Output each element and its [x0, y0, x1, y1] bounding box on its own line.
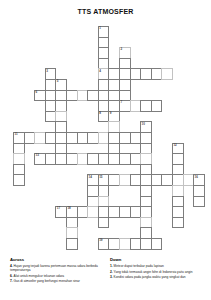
- grid-cell[interactable]: [66, 238, 78, 250]
- clue-item: 6. Alat untuk mengukur tekanan udara: [10, 274, 102, 278]
- clue-item: 2. Yang tidak termasuk angin fohn di Ind…: [110, 270, 205, 274]
- grid-cell[interactable]: [151, 238, 163, 250]
- cell-number: 14: [89, 176, 92, 179]
- across-header: Across: [10, 257, 102, 262]
- cell-number: 13: [36, 154, 39, 157]
- cell-number: 12: [173, 144, 176, 147]
- clue-text: Alat untuk mengukur tekanan udara: [14, 274, 65, 278]
- cell-number: 8: [99, 112, 101, 115]
- cell-number: 5: [57, 80, 59, 83]
- down-header: Down: [110, 257, 205, 262]
- clue-item: 1. Meteor dapat terbakar pada lapisan: [110, 264, 205, 268]
- clue-text: Hujan yang terjadi karena pertemuan mass…: [10, 264, 98, 272]
- cell-number: 2: [120, 48, 122, 51]
- cell-number: 16: [195, 176, 198, 179]
- cell-number: 11: [14, 133, 17, 136]
- cell-number: 7: [120, 101, 122, 104]
- puzzle-page: TTS ATMOSFER 123456789101112131415161718…: [0, 0, 211, 300]
- cell-number: 10: [142, 123, 145, 126]
- grid-cell[interactable]: [151, 100, 163, 112]
- cell-number: 15: [99, 176, 102, 179]
- across-clues-list: 4. Hujan yang terjadi karena pertemuan m…: [10, 264, 102, 283]
- cell-number: 9: [110, 112, 112, 115]
- cell-number: 6: [36, 91, 38, 94]
- cell-number: 3: [46, 70, 48, 73]
- grid-cell[interactable]: [13, 174, 25, 186]
- cell-number: 17: [57, 207, 60, 210]
- down-clues-section: Down 1. Meteor dapat terbakar pada lapis…: [110, 257, 205, 281]
- clue-item: 3. Kondisi udara pada jangka waktu yang …: [110, 275, 205, 279]
- grid-cell[interactable]: [161, 68, 173, 80]
- clue-text: Kondisi udara pada jangka waktu yang sin…: [114, 275, 186, 279]
- cell-number: 1: [99, 27, 101, 30]
- clue-text: Meteor dapat terbakar pada lapisan: [114, 264, 164, 268]
- clue-text: Gas di atmosfer yang berfungsi menahan s…: [14, 279, 80, 283]
- grid-cell[interactable]: [172, 217, 184, 229]
- cell-number: 19: [99, 239, 102, 242]
- down-clues-list: 1. Meteor dapat terbakar pada lapisan2. …: [110, 264, 205, 279]
- clue-item: 4. Hujan yang terjadi karena pertemuan m…: [10, 264, 102, 272]
- grid-cell[interactable]: [98, 217, 110, 229]
- clue-item: 7. Gas di atmosfer yang berfungsi menaha…: [10, 279, 102, 283]
- cell-number: 4: [99, 70, 101, 73]
- grid-cell[interactable]: [193, 196, 205, 208]
- cell-number: 18: [67, 207, 70, 210]
- clue-text: Yang tidak termasuk angin fohn di Indone…: [114, 270, 193, 274]
- across-clues-section: Across 4. Hujan yang terjadi karena pert…: [10, 257, 102, 285]
- crossword-grid: 12345678910111213141516171819: [0, 0, 211, 256]
